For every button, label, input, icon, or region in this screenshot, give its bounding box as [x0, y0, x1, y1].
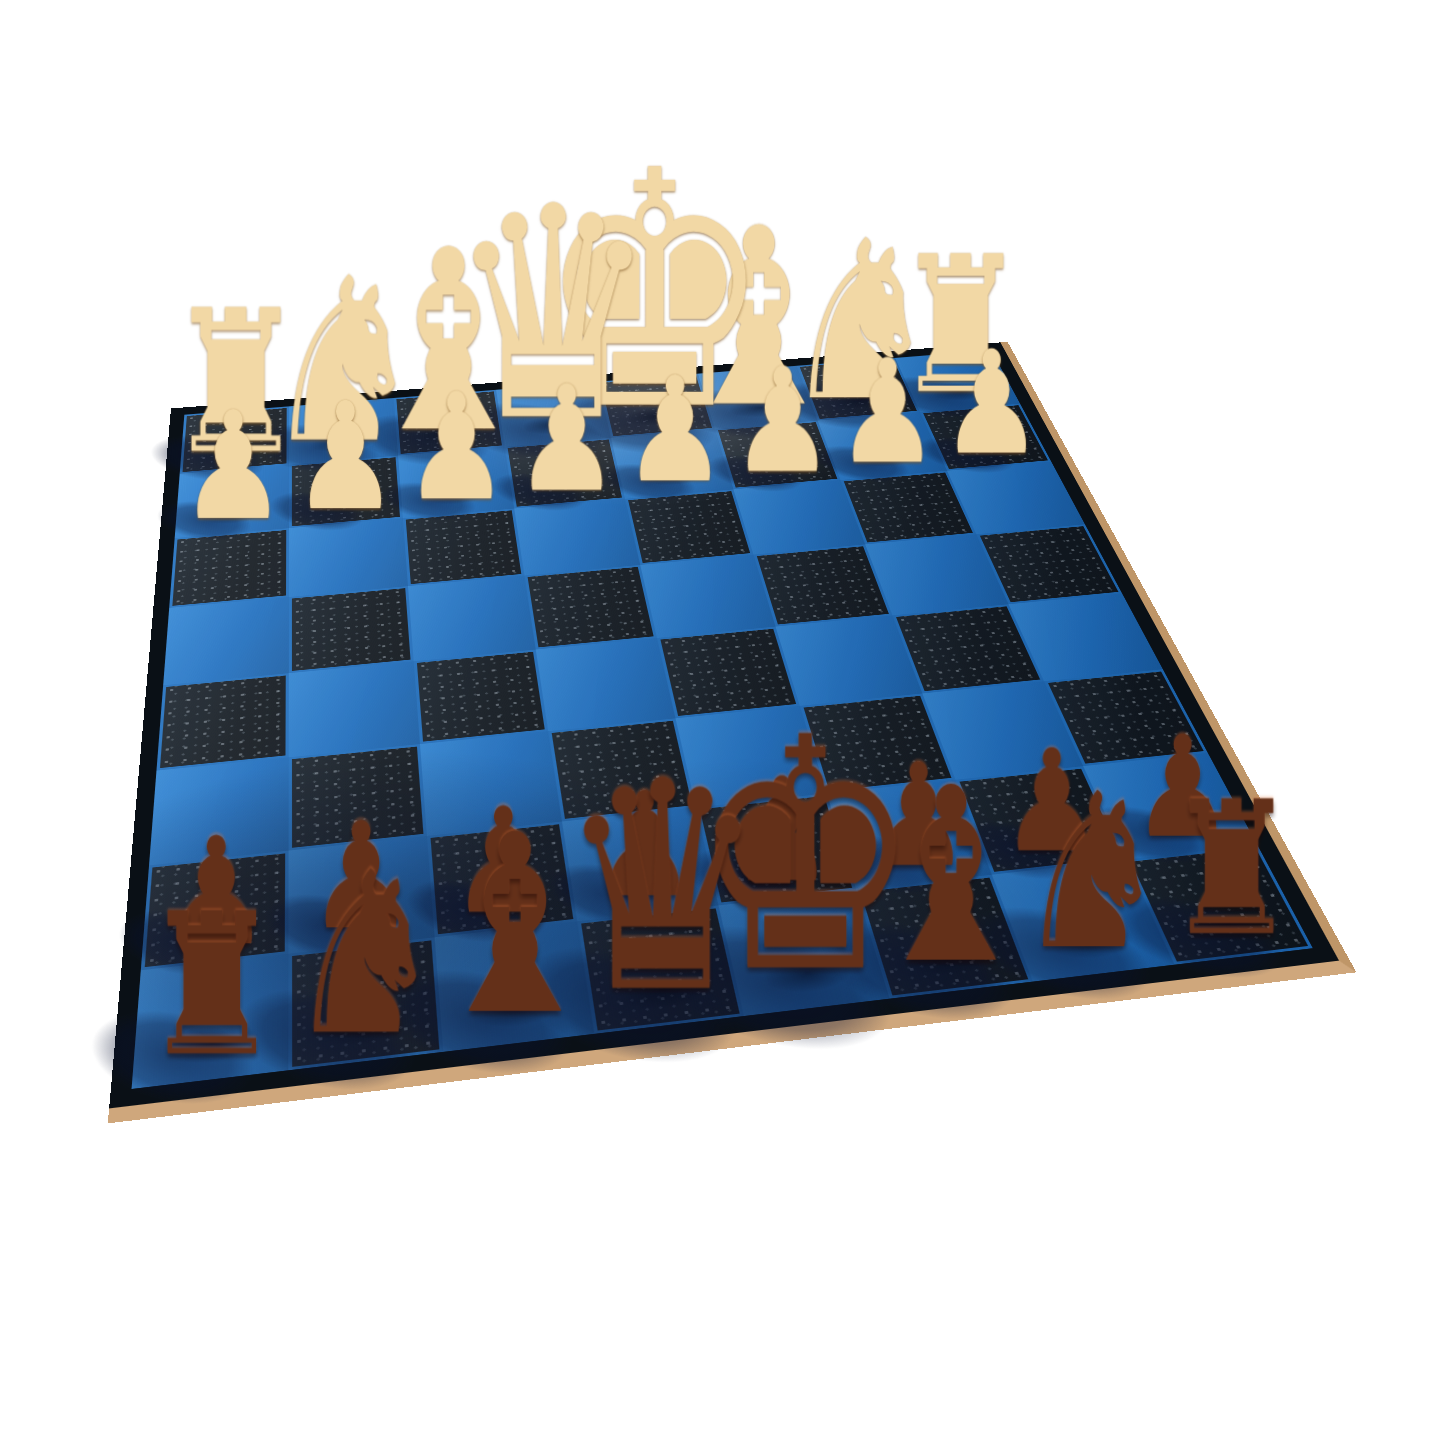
contact-shadow — [413, 478, 500, 510]
contact-shadow — [737, 451, 826, 482]
piece-cell-f5 — [413, 650, 548, 744]
piece-cell-g8: ♞ — [289, 938, 443, 1071]
shadow-cell-g3 — [289, 518, 407, 597]
black-rook-glyph: ♜ — [141, 887, 282, 1083]
board-surface: ♜♞♝♛♚♝♞♜♟♟♟♟♟♟♟♟♟♟♟♟♟♟♟♟♜♞♝♛♚♝♞♜ — [108, 342, 1357, 1124]
black-rook: ♜ — [124, 887, 300, 1083]
contact-shadow — [630, 460, 718, 492]
piece-cell-g5 — [289, 661, 420, 757]
shadow-cell-h2 — [175, 465, 290, 538]
contact-shadow — [302, 427, 384, 457]
contact-shadow — [408, 419, 491, 449]
black-knight-glyph: ♞ — [285, 842, 446, 1066]
shadow-cell-g2 — [289, 455, 402, 527]
shadow-cell-h1 — [180, 406, 290, 473]
piece-cell-h8: ♜ — [132, 954, 289, 1089]
shadow-cell-e2 — [505, 438, 625, 509]
shadow-cell-d3 — [625, 489, 754, 565]
chessboard-photo: ♜♞♝♛♚♝♞♜♟♟♟♟♟♟♟♟♟♟♟♟♟♟♟♟♜♞♝♛♚♝♞♜ — [0, 0, 1445, 1445]
piece-cell-e5 — [536, 638, 675, 731]
shadow-cell-d2 — [611, 429, 734, 499]
contact-shadow — [193, 436, 276, 467]
contact-shadow — [189, 497, 276, 530]
contact-shadow — [718, 394, 803, 423]
contact-shadow — [945, 433, 1035, 463]
contact-shadow — [523, 469, 610, 501]
shadow-cell-g1 — [290, 398, 398, 464]
contact-shadow — [513, 410, 597, 439]
shadow-cell-h3 — [169, 528, 289, 608]
contact-shadow — [819, 385, 905, 413]
contact-shadow — [616, 402, 700, 431]
shadow-cell-e3 — [514, 499, 639, 576]
contact-shadow — [842, 442, 932, 473]
shadow-cell-f1 — [394, 390, 505, 456]
shadow-cell-d1 — [598, 374, 715, 438]
shadow-cell-f3 — [403, 508, 525, 586]
shadow-cell-e1 — [496, 382, 610, 447]
contact-shadow — [919, 377, 1005, 405]
shadow-cell-d4 — [640, 555, 776, 638]
shadow-cell-e4 — [525, 565, 657, 649]
piece-cell-h5 — [157, 673, 290, 770]
board-scene: ♜♞♝♛♚♝♞♜♟♟♟♟♟♟♟♟♟♟♟♟♟♟♟♟♜♞♝♛♚♝♞♜ — [108, 342, 1357, 1124]
shadow-cell-f2 — [398, 447, 514, 518]
contact-shadow — [303, 487, 389, 520]
